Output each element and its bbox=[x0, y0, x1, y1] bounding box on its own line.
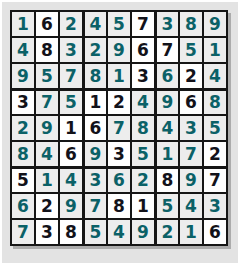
cell-r9c1[interactable]: 7 bbox=[12, 220, 34, 244]
cell-r5c7[interactable]: 4 bbox=[156, 116, 178, 140]
cell-r5c5[interactable]: 7 bbox=[108, 116, 130, 140]
cell-r7c8[interactable]: 9 bbox=[180, 168, 202, 192]
cell-r9c4[interactable]: 5 bbox=[84, 220, 106, 244]
cell-r3c9[interactable]: 4 bbox=[204, 64, 226, 88]
cell-r5c8[interactable]: 3 bbox=[180, 116, 202, 140]
cell-r1c1[interactable]: 1 bbox=[12, 12, 34, 36]
cell-r2c2[interactable]: 8 bbox=[36, 38, 58, 62]
cell-r9c7[interactable]: 2 bbox=[156, 220, 178, 244]
cell-r5c1[interactable]: 2 bbox=[12, 116, 34, 140]
cell-r8c5[interactable]: 8 bbox=[108, 194, 130, 218]
cell-r3c5[interactable]: 1 bbox=[108, 64, 130, 88]
cell-r4c1[interactable]: 3 bbox=[12, 90, 34, 114]
cell-r3c7[interactable]: 6 bbox=[156, 64, 178, 88]
cell-r8c2[interactable]: 2 bbox=[36, 194, 58, 218]
cell-r2c9[interactable]: 1 bbox=[204, 38, 226, 62]
cell-r1c8[interactable]: 8 bbox=[180, 12, 202, 36]
cell-r6c5[interactable]: 3 bbox=[108, 142, 130, 166]
cell-r8c1[interactable]: 6 bbox=[12, 194, 34, 218]
cell-r3c2[interactable]: 5 bbox=[36, 64, 58, 88]
cell-r1c3[interactable]: 2 bbox=[60, 12, 82, 36]
cell-r7c5[interactable]: 6 bbox=[108, 168, 130, 192]
cell-r7c6[interactable]: 2 bbox=[132, 168, 154, 192]
board-background-panel: 1624573894832967519578136243751249682916… bbox=[2, 2, 238, 263]
cell-r8c6[interactable]: 1 bbox=[132, 194, 154, 218]
cell-r3c1[interactable]: 9 bbox=[12, 64, 34, 88]
cell-r2c8[interactable]: 5 bbox=[180, 38, 202, 62]
cell-r6c7[interactable]: 1 bbox=[156, 142, 178, 166]
cell-r4c6[interactable]: 4 bbox=[132, 90, 154, 114]
cell-r6c3[interactable]: 6 bbox=[60, 142, 82, 166]
cell-r7c3[interactable]: 4 bbox=[60, 168, 82, 192]
cell-r1c4[interactable]: 4 bbox=[84, 12, 106, 36]
cell-r8c9[interactable]: 3 bbox=[204, 194, 226, 218]
cell-r6c4[interactable]: 9 bbox=[84, 142, 106, 166]
cell-r5c6[interactable]: 8 bbox=[132, 116, 154, 140]
sudoku-board: 1624573894832967519578136243751249682916… bbox=[10, 10, 228, 246]
cell-r5c2[interactable]: 9 bbox=[36, 116, 58, 140]
cell-r6c1[interactable]: 8 bbox=[12, 142, 34, 166]
cell-r8c4[interactable]: 7 bbox=[84, 194, 106, 218]
cell-r2c4[interactable]: 2 bbox=[84, 38, 106, 62]
sudoku-app: 1624573894832967519578136243751249682916… bbox=[0, 0, 240, 265]
cell-r4c7[interactable]: 9 bbox=[156, 90, 178, 114]
cell-r4c8[interactable]: 6 bbox=[180, 90, 202, 114]
cell-r3c8[interactable]: 2 bbox=[180, 64, 202, 88]
cell-r1c7[interactable]: 3 bbox=[156, 12, 178, 36]
cell-r5c4[interactable]: 6 bbox=[84, 116, 106, 140]
cell-r4c4[interactable]: 1 bbox=[84, 90, 106, 114]
cell-r1c5[interactable]: 5 bbox=[108, 12, 130, 36]
cell-r7c1[interactable]: 5 bbox=[12, 168, 34, 192]
cell-r4c3[interactable]: 5 bbox=[60, 90, 82, 114]
cell-r4c2[interactable]: 7 bbox=[36, 90, 58, 114]
cell-r8c3[interactable]: 9 bbox=[60, 194, 82, 218]
cell-r8c8[interactable]: 4 bbox=[180, 194, 202, 218]
cell-r2c5[interactable]: 9 bbox=[108, 38, 130, 62]
cell-r2c6[interactable]: 6 bbox=[132, 38, 154, 62]
cell-r4c9[interactable]: 8 bbox=[204, 90, 226, 114]
cell-r2c7[interactable]: 7 bbox=[156, 38, 178, 62]
cell-r9c8[interactable]: 1 bbox=[180, 220, 202, 244]
cell-r7c7[interactable]: 8 bbox=[156, 168, 178, 192]
cell-r9c3[interactable]: 8 bbox=[60, 220, 82, 244]
cell-r6c2[interactable]: 4 bbox=[36, 142, 58, 166]
cell-r9c9[interactable]: 6 bbox=[204, 220, 226, 244]
cell-r6c9[interactable]: 2 bbox=[204, 142, 226, 166]
cell-r7c2[interactable]: 1 bbox=[36, 168, 58, 192]
cell-r9c2[interactable]: 3 bbox=[36, 220, 58, 244]
cell-r3c4[interactable]: 8 bbox=[84, 64, 106, 88]
cell-r5c3[interactable]: 1 bbox=[60, 116, 82, 140]
cell-r1c9[interactable]: 9 bbox=[204, 12, 226, 36]
cell-r8c7[interactable]: 5 bbox=[156, 194, 178, 218]
cell-r2c1[interactable]: 4 bbox=[12, 38, 34, 62]
cell-r3c6[interactable]: 3 bbox=[132, 64, 154, 88]
cell-r6c8[interactable]: 7 bbox=[180, 142, 202, 166]
cell-r1c6[interactable]: 7 bbox=[132, 12, 154, 36]
cell-r5c9[interactable]: 5 bbox=[204, 116, 226, 140]
cell-r7c4[interactable]: 3 bbox=[84, 168, 106, 192]
cell-r7c9[interactable]: 7 bbox=[204, 168, 226, 192]
cell-r4c5[interactable]: 2 bbox=[108, 90, 130, 114]
cell-r9c5[interactable]: 4 bbox=[108, 220, 130, 244]
cell-r6c6[interactable]: 5 bbox=[132, 142, 154, 166]
cell-r1c2[interactable]: 6 bbox=[36, 12, 58, 36]
cell-r3c3[interactable]: 7 bbox=[60, 64, 82, 88]
cell-r2c3[interactable]: 3 bbox=[60, 38, 82, 62]
cell-r9c6[interactable]: 9 bbox=[132, 220, 154, 244]
